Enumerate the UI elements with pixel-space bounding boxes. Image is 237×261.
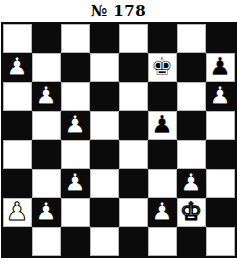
square-d6[interactable] — [90, 82, 119, 111]
white-pawn-piece: ♟ — [151, 197, 173, 226]
square-c8[interactable] — [61, 24, 90, 53]
square-b2[interactable]: ♟ — [32, 198, 61, 227]
square-d4[interactable] — [90, 140, 119, 169]
square-f6[interactable] — [148, 82, 177, 111]
white-pawn-piece: ♟ — [64, 110, 86, 139]
square-f1[interactable] — [148, 227, 177, 256]
chess-board: ♟♚♟♟♟♟♟♟♟♟♟♟♚ — [3, 24, 235, 256]
white-pawn-piece: ♟ — [209, 81, 231, 110]
square-a4[interactable] — [3, 140, 32, 169]
square-e2[interactable] — [119, 198, 148, 227]
white-pawn-piece: ♟ — [35, 81, 57, 110]
square-g8[interactable] — [177, 24, 206, 53]
square-g4[interactable] — [177, 140, 206, 169]
square-g6[interactable] — [177, 82, 206, 111]
square-h4[interactable] — [206, 140, 235, 169]
square-a8[interactable] — [3, 24, 32, 53]
square-b8[interactable] — [32, 24, 61, 53]
square-d8[interactable] — [90, 24, 119, 53]
square-a2[interactable]: ♟ — [3, 198, 32, 227]
square-h5[interactable] — [206, 111, 235, 140]
square-e8[interactable] — [119, 24, 148, 53]
square-g7[interactable] — [177, 53, 206, 82]
square-d7[interactable] — [90, 53, 119, 82]
square-b6[interactable]: ♟ — [32, 82, 61, 111]
square-g3[interactable]: ♟ — [177, 169, 206, 198]
square-b1[interactable] — [32, 227, 61, 256]
black-pawn-piece: ♟ — [209, 52, 231, 81]
square-d5[interactable] — [90, 111, 119, 140]
square-h3[interactable] — [206, 169, 235, 198]
puzzle-number-title: № 178 — [0, 0, 237, 21]
square-f4[interactable] — [148, 140, 177, 169]
square-e1[interactable] — [119, 227, 148, 256]
square-f2[interactable]: ♟ — [148, 198, 177, 227]
square-e5[interactable] — [119, 111, 148, 140]
square-h1[interactable] — [206, 227, 235, 256]
chess-board-border: ♟♚♟♟♟♟♟♟♟♟♟♟♚ — [1, 22, 237, 258]
puzzle-diagram-page: № 178 ♟♚♟♟♟♟♟♟♟♟♟♟♚ — [0, 0, 237, 261]
square-c5[interactable]: ♟ — [61, 111, 90, 140]
square-d2[interactable] — [90, 198, 119, 227]
white-pawn-piece: ♟ — [6, 197, 28, 226]
square-c2[interactable] — [61, 198, 90, 227]
square-b3[interactable] — [32, 169, 61, 198]
square-e4[interactable] — [119, 140, 148, 169]
square-c1[interactable] — [61, 227, 90, 256]
square-d3[interactable] — [90, 169, 119, 198]
square-f3[interactable] — [148, 169, 177, 198]
square-g2[interactable]: ♚ — [177, 198, 206, 227]
square-a5[interactable] — [3, 111, 32, 140]
square-h2[interactable] — [206, 198, 235, 227]
square-c4[interactable] — [61, 140, 90, 169]
square-h6[interactable]: ♟ — [206, 82, 235, 111]
white-king-piece: ♚ — [180, 197, 202, 226]
white-pawn-piece: ♟ — [64, 168, 86, 197]
black-pawn-piece: ♟ — [151, 110, 173, 139]
square-d1[interactable] — [90, 227, 119, 256]
square-b7[interactable] — [32, 53, 61, 82]
square-e6[interactable] — [119, 82, 148, 111]
white-pawn-piece: ♟ — [180, 168, 202, 197]
square-b5[interactable] — [32, 111, 61, 140]
square-h8[interactable] — [206, 24, 235, 53]
square-c7[interactable] — [61, 53, 90, 82]
square-b4[interactable] — [32, 140, 61, 169]
square-g5[interactable] — [177, 111, 206, 140]
square-a3[interactable] — [3, 169, 32, 198]
square-a7[interactable]: ♟ — [3, 53, 32, 82]
square-e3[interactable] — [119, 169, 148, 198]
square-h7[interactable]: ♟ — [206, 53, 235, 82]
square-c6[interactable] — [61, 82, 90, 111]
square-a1[interactable] — [3, 227, 32, 256]
square-e7[interactable] — [119, 53, 148, 82]
square-f5[interactable]: ♟ — [148, 111, 177, 140]
square-f8[interactable] — [148, 24, 177, 53]
white-pawn-piece: ♟ — [6, 52, 28, 81]
square-c3[interactable]: ♟ — [61, 169, 90, 198]
square-g1[interactable] — [177, 227, 206, 256]
white-pawn-piece: ♟ — [35, 197, 57, 226]
black-king-piece: ♚ — [151, 52, 173, 81]
square-f7[interactable]: ♚ — [148, 53, 177, 82]
square-a6[interactable] — [3, 82, 32, 111]
